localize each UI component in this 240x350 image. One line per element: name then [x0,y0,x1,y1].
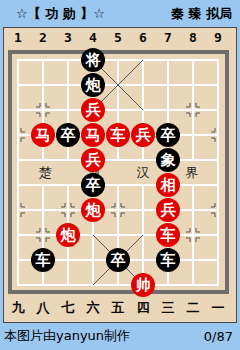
file-label-top-7: 7 [156,30,180,45]
piece-red-兵[interactable]: 兵 [131,123,155,147]
file-label-bottom-2: 八 [31,300,55,316]
file-label-bottom-4: 六 [81,300,105,316]
piece-red-炮[interactable]: 炮 [81,198,105,222]
file-label-top-9: 9 [206,30,230,45]
piece-red-马[interactable]: 马 [81,123,105,147]
file-label-top-6: 6 [131,30,155,45]
river-char-4: 界 [183,165,201,181]
credit-text: 本图片由yanyun制作 [4,327,130,345]
file-label-top-2: 2 [31,30,55,45]
file-label-bottom-3: 七 [56,300,80,316]
piece-red-相[interactable]: 相 [156,173,180,197]
piece-red-车[interactable]: 车 [106,123,130,147]
piece-black-车[interactable]: 车 [31,248,55,272]
piece-black-卒[interactable]: 卒 [56,123,80,147]
piece-black-卒[interactable]: 卒 [156,123,180,147]
puzzle-title: ☆【 功 勋 】☆ [16,5,105,23]
piece-black-炮[interactable]: 炮 [81,73,105,97]
piece-red-兵[interactable]: 兵 [156,198,180,222]
file-label-bottom-7: 三 [156,300,180,316]
piece-red-马[interactable]: 马 [31,123,55,147]
file-label-bottom-6: 四 [131,300,155,316]
piece-black-卒[interactable]: 卒 [106,248,130,272]
piece-black-将[interactable]: 将 [81,48,105,72]
file-label-top-3: 3 [56,30,80,45]
title-bar: ☆【 功 勋 】☆ 秦 臻 拟局 [0,0,240,27]
piece-black-车[interactable]: 车 [156,248,180,272]
piece-red-车[interactable]: 车 [156,223,180,247]
move-counter: 0/87 [204,329,233,344]
file-label-bottom-8: 二 [181,300,205,316]
river-char-1: 楚 [36,165,54,181]
composer-name: 秦 臻 拟局 [171,5,232,23]
river-char-3: 汉 [134,165,152,181]
file-label-bottom-9: 一 [206,300,230,316]
footer-bar: 本图片由yanyun制作 0/87 [0,322,240,350]
xiangqi-app-window: ☆【 功 勋 】☆ 秦 臻 拟局 123456789 楚河汉界 将炮兵马卒马车兵… [0,0,240,350]
file-label-top-8: 8 [181,30,205,45]
piece-red-兵[interactable]: 兵 [81,148,105,172]
piece-red-帅[interactable]: 帅 [131,273,155,297]
file-label-top-4: 4 [81,30,105,45]
piece-red-炮[interactable]: 炮 [56,223,80,247]
piece-black-象[interactable]: 象 [156,148,180,172]
file-label-top-1: 1 [6,30,30,45]
file-label-bottom-1: 九 [6,300,30,316]
piece-red-兵[interactable]: 兵 [81,98,105,122]
piece-black-卒[interactable]: 卒 [81,173,105,197]
file-label-bottom-5: 五 [106,300,130,316]
file-label-top-5: 5 [106,30,130,45]
